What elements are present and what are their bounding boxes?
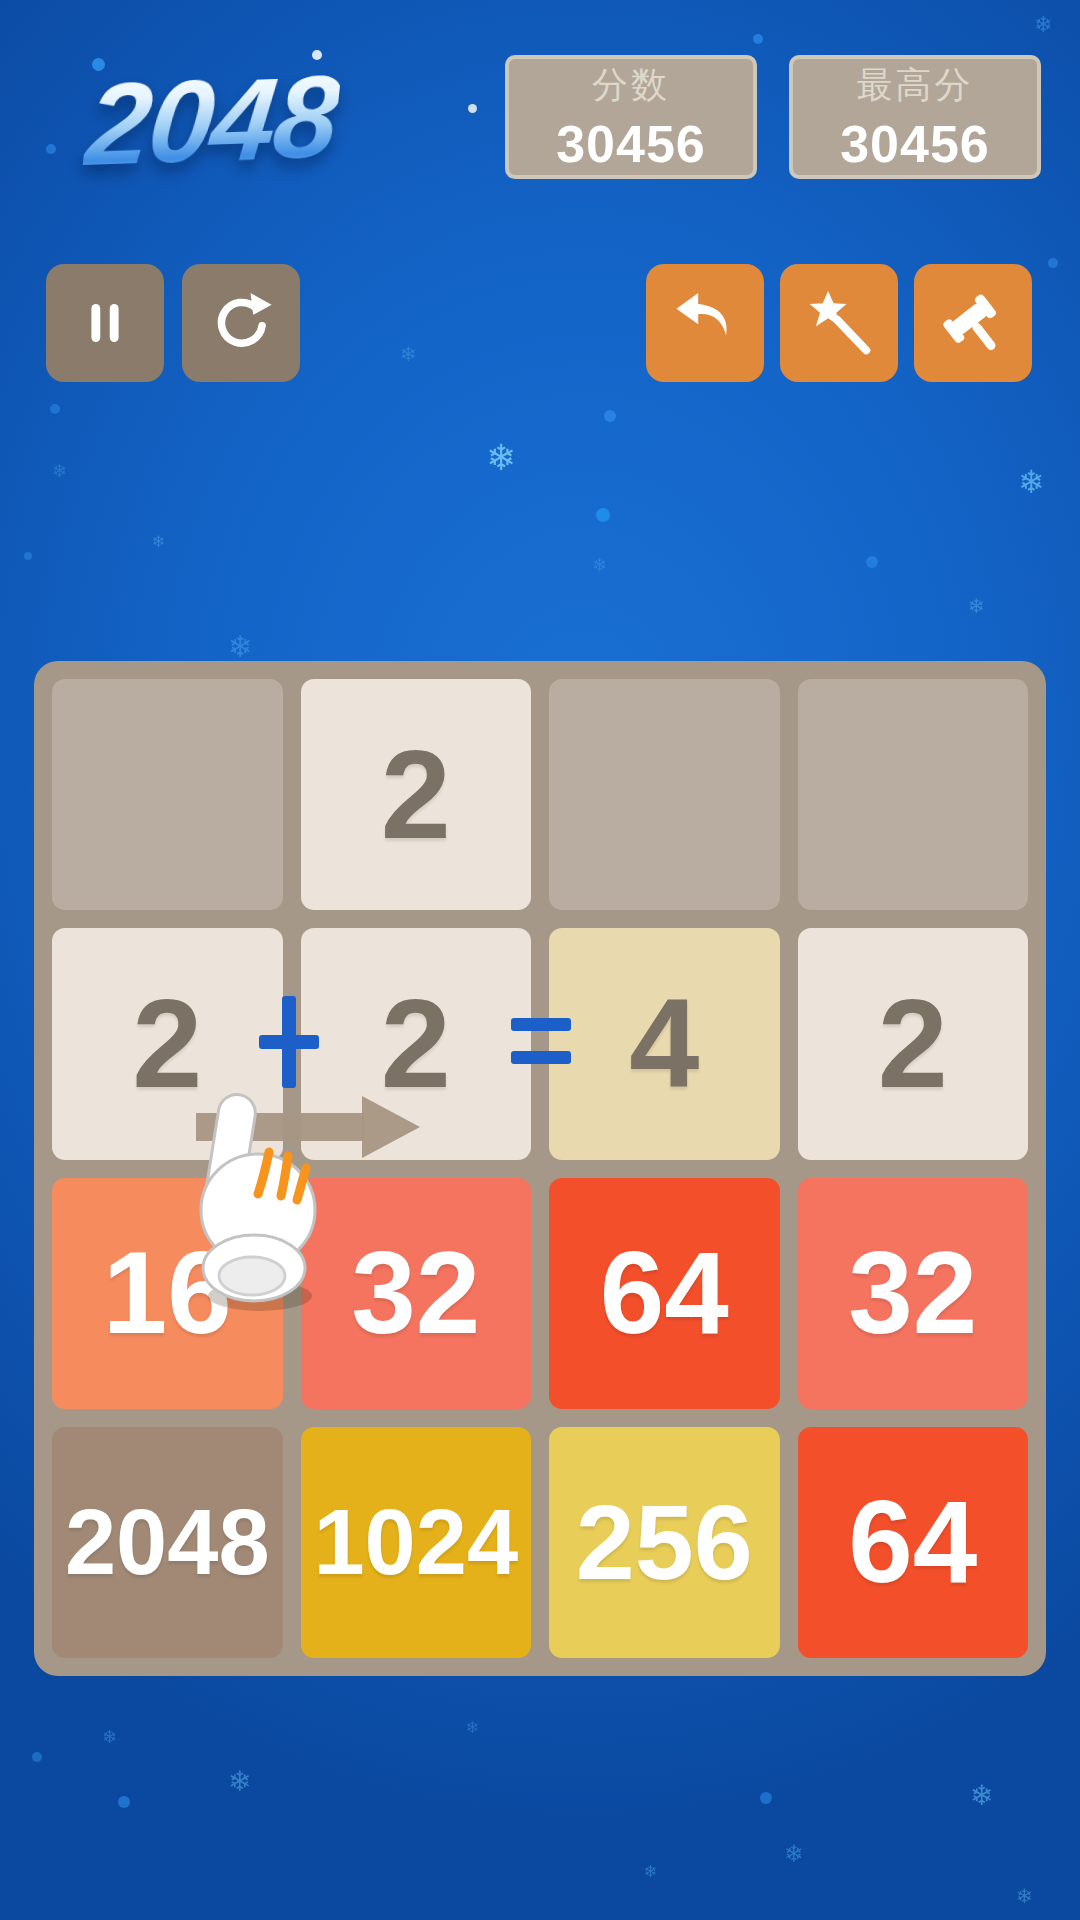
score-value: 30456: [556, 114, 706, 174]
snow-dot: [596, 508, 610, 522]
snowflake-icon: ❄: [102, 1728, 117, 1746]
snow-dot: [32, 1752, 42, 1762]
empty-cell-r0c3: [798, 679, 1029, 910]
tile-2-r0c1: 2: [301, 679, 532, 910]
restart-button[interactable]: [182, 264, 300, 382]
score-box: 分数 30456: [505, 55, 757, 179]
snowflake-icon: ❄: [52, 462, 67, 480]
snow-dot: [753, 34, 763, 44]
snowflake-icon: ❄: [466, 1720, 479, 1736]
snowflake-icon: ❄: [228, 1768, 251, 1796]
best-score-value: 30456: [840, 114, 990, 174]
tile-2-r1c3: 2: [798, 928, 1029, 1159]
snowflake-icon: ❄: [970, 1782, 993, 1810]
snowflake-icon: ❄: [486, 440, 516, 476]
tile-4-r1c2: 4: [549, 928, 780, 1159]
tile-32-r2c3: 32: [798, 1178, 1029, 1409]
snowflake-icon: ❄: [400, 344, 417, 364]
snowflake-icon: ❄: [968, 596, 985, 616]
score-label: 分数: [592, 61, 670, 110]
snowflake-icon: ❄: [1034, 14, 1052, 36]
tile-64-r3c3: 64: [798, 1427, 1029, 1658]
empty-cell-r0c2: [549, 679, 780, 910]
magic-wand-button[interactable]: [780, 264, 898, 382]
snow-dot: [46, 144, 56, 154]
logo-text: 2048: [80, 51, 344, 190]
tile-2048-r3c0: 2048: [52, 1427, 283, 1658]
snow-dot: [50, 404, 60, 414]
snow-dot: [468, 104, 477, 113]
snowflake-icon: ❄: [592, 556, 607, 574]
snow-dot: [118, 1796, 130, 1808]
magic-wand-icon: [805, 289, 873, 357]
snow-dot: [760, 1792, 772, 1804]
game-logo: 2048: [78, 46, 434, 209]
tutorial-plus-sign: [259, 996, 319, 1088]
empty-cell-r0c0: [52, 679, 283, 910]
best-score-label: 最高分: [857, 61, 974, 110]
snowflake-icon: ❄: [152, 534, 165, 550]
snowflake-icon: ❄: [784, 1842, 804, 1866]
tutorial-hand-pointer: [168, 1088, 340, 1316]
snow-dot: [24, 552, 32, 560]
pause-button[interactable]: [46, 264, 164, 382]
undo-button[interactable]: [646, 264, 764, 382]
tutorial-equals-sign: [511, 1018, 571, 1064]
tile-256-r3c2: 256: [549, 1427, 780, 1658]
snowflake-icon: ❄: [1018, 466, 1045, 498]
snowflake-icon: ❄: [1016, 1886, 1033, 1906]
hammer-button[interactable]: [914, 264, 1032, 382]
hammer-icon: [939, 289, 1007, 357]
tile-64-r2c2: 64: [549, 1178, 780, 1409]
undo-icon: [671, 289, 739, 357]
restart-icon: [207, 289, 275, 357]
snow-dot: [604, 410, 616, 422]
snow-dot: [1048, 258, 1058, 268]
tile-1024-r3c1: 1024: [301, 1427, 532, 1658]
pause-icon: [71, 289, 139, 357]
snow-dot: [866, 556, 878, 568]
snowflake-icon: ❄: [644, 1864, 657, 1880]
best-score-box: 最高分 30456: [789, 55, 1041, 179]
snowflake-icon: ❄: [228, 632, 253, 662]
